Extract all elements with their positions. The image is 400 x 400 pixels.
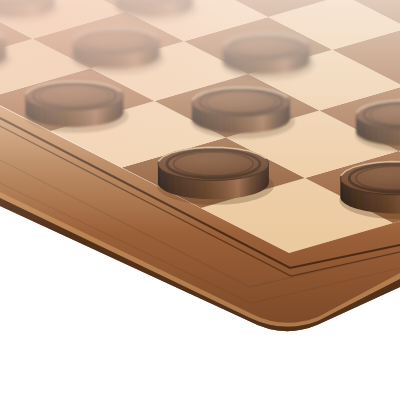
checkers-board-render xyxy=(0,0,400,400)
warm-light-tint xyxy=(0,0,400,210)
scene xyxy=(0,0,400,400)
